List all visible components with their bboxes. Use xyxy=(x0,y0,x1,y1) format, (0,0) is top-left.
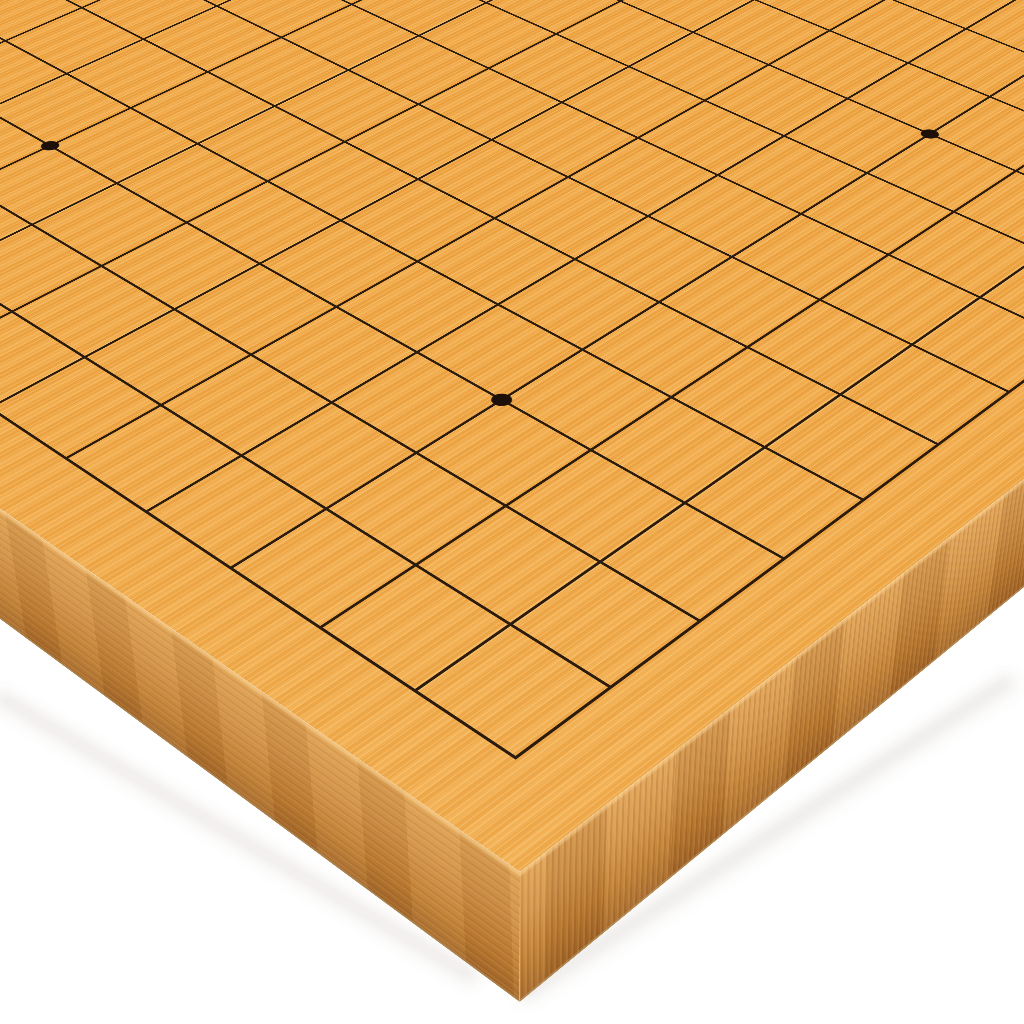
grid-line-horizontal-10 xyxy=(0,0,1024,251)
go-board-photo xyxy=(0,0,1024,1024)
grid-line-horizontal-14 xyxy=(0,0,941,446)
grid-line-horizontal-5 xyxy=(268,0,1024,57)
grid-line-horizontal-7 xyxy=(159,0,1024,129)
grid-line-vertical-14 xyxy=(64,0,1024,460)
grid-line-horizontal-4 xyxy=(321,0,1024,23)
grid-line-vertical-8 xyxy=(0,0,844,191)
goban-top-face[interactable] xyxy=(0,0,1024,872)
goban-grid[interactable] xyxy=(0,0,1024,872)
grid-line-vertical-6 xyxy=(0,0,729,116)
grid-line-vertical-12 xyxy=(0,0,1024,361)
grid-line-horizontal-8 xyxy=(101,0,1024,168)
grid-line-horizontal-6 xyxy=(215,0,1024,92)
grid-line-vertical-17 xyxy=(318,0,1024,629)
